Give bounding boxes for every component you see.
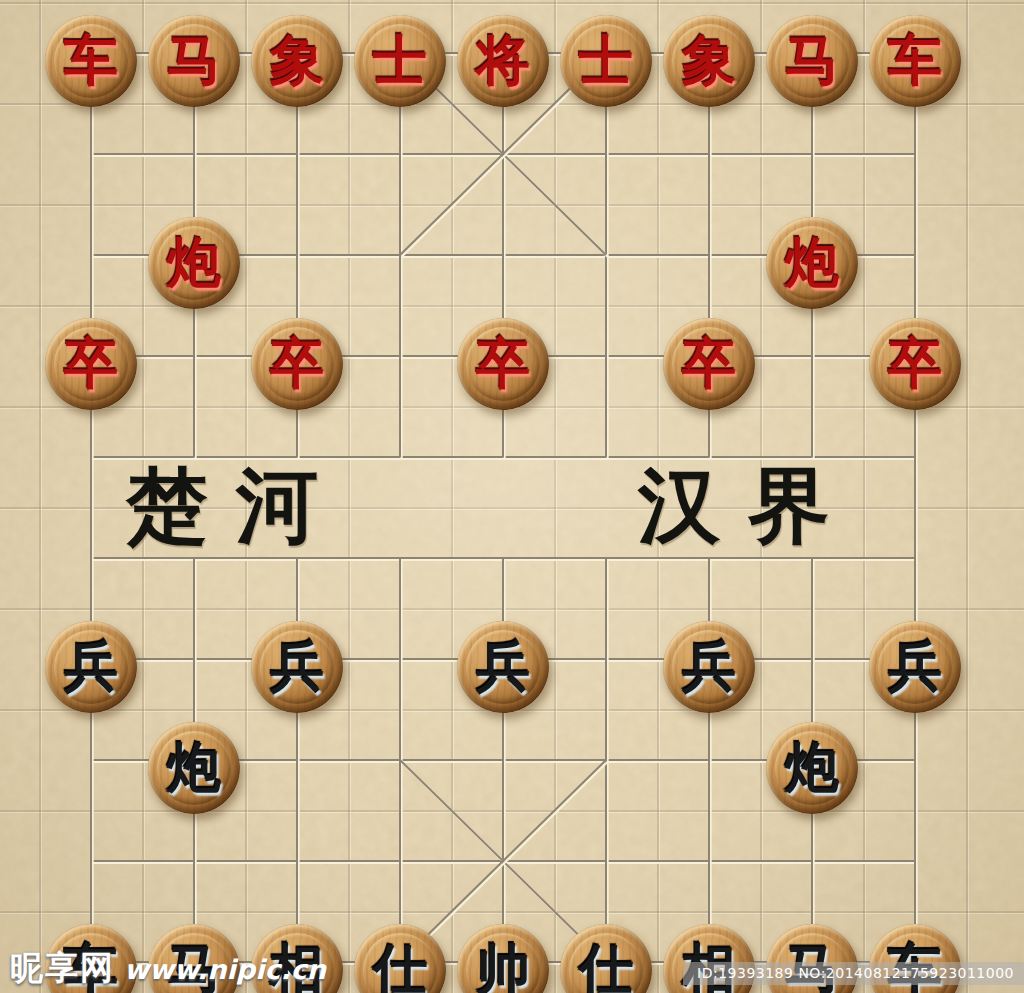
piece-glyph: 仕 [579,924,633,993]
piece-glyph: 车 [888,15,942,107]
piece-black-兵[interactable]: 兵 [45,621,137,713]
piece-black-炮[interactable]: 炮 [766,722,858,814]
piece-red-炮[interactable]: 炮 [148,217,240,309]
piece-black-帅[interactable]: 帅 [457,924,549,993]
piece-glyph: 象 [682,15,736,107]
piece-glyph: 马 [167,15,221,107]
stone-texture [0,0,1024,993]
piece-glyph: 卒 [476,318,530,410]
piece-black-仕[interactable]: 仕 [354,924,446,993]
piece-red-炮[interactable]: 炮 [766,217,858,309]
board-grid-lines [0,0,1024,993]
piece-glyph: 兵 [476,621,530,713]
piece-glyph: 仕 [373,924,427,993]
xiangqi-board: 楚河 汉界 车马象士将士象马车炮炮卒卒卒卒卒兵兵兵兵兵炮炮车马相仕帅仕相马车 昵… [0,0,1024,993]
piece-glyph: 马 [785,924,839,993]
piece-red-士[interactable]: 士 [354,15,446,107]
piece-black-马[interactable]: 马 [766,924,858,993]
piece-black-相[interactable]: 相 [663,924,755,993]
piece-glyph: 炮 [167,217,221,309]
river-label-left: 楚河 [126,452,346,562]
piece-glyph: 帅 [476,924,530,993]
piece-red-卒[interactable]: 卒 [663,318,755,410]
piece-glyph: 士 [579,15,633,107]
piece-glyph: 炮 [785,217,839,309]
piece-black-兵[interactable]: 兵 [251,621,343,713]
piece-glyph: 车 [64,924,118,993]
piece-black-炮[interactable]: 炮 [148,722,240,814]
piece-red-车[interactable]: 车 [869,15,961,107]
piece-glyph: 炮 [785,722,839,814]
piece-black-兵[interactable]: 兵 [663,621,755,713]
piece-glyph: 兵 [270,621,324,713]
piece-glyph: 兵 [888,621,942,713]
piece-red-卒[interactable]: 卒 [45,318,137,410]
vignette-shading [0,0,1024,993]
piece-glyph: 将 [476,15,530,107]
piece-glyph: 相 [682,924,736,993]
piece-glyph: 相 [270,924,324,993]
piece-glyph: 象 [270,15,324,107]
river-label-right: 汉界 [638,452,858,562]
piece-black-马[interactable]: 马 [148,924,240,993]
piece-red-卒[interactable]: 卒 [251,318,343,410]
piece-black-兵[interactable]: 兵 [869,621,961,713]
piece-glyph: 车 [888,924,942,993]
piece-glyph: 炮 [167,722,221,814]
piece-red-士[interactable]: 士 [560,15,652,107]
piece-red-象[interactable]: 象 [663,15,755,107]
piece-black-仕[interactable]: 仕 [560,924,652,993]
piece-black-车[interactable]: 车 [45,924,137,993]
piece-glyph: 卒 [888,318,942,410]
piece-red-卒[interactable]: 卒 [457,318,549,410]
piece-red-马[interactable]: 马 [766,15,858,107]
piece-glyph: 马 [167,924,221,993]
piece-red-车[interactable]: 车 [45,15,137,107]
piece-glyph: 士 [373,15,427,107]
piece-glyph: 兵 [64,621,118,713]
piece-glyph: 卒 [64,318,118,410]
piece-red-卒[interactable]: 卒 [869,318,961,410]
piece-glyph: 兵 [682,621,736,713]
piece-red-象[interactable]: 象 [251,15,343,107]
piece-glyph: 车 [64,15,118,107]
piece-black-车[interactable]: 车 [869,924,961,993]
piece-glyph: 马 [785,15,839,107]
piece-glyph: 卒 [682,318,736,410]
piece-black-兵[interactable]: 兵 [457,621,549,713]
tile-seams [0,0,1024,993]
piece-black-相[interactable]: 相 [251,924,343,993]
piece-red-将[interactable]: 将 [457,15,549,107]
piece-red-马[interactable]: 马 [148,15,240,107]
piece-glyph: 卒 [270,318,324,410]
